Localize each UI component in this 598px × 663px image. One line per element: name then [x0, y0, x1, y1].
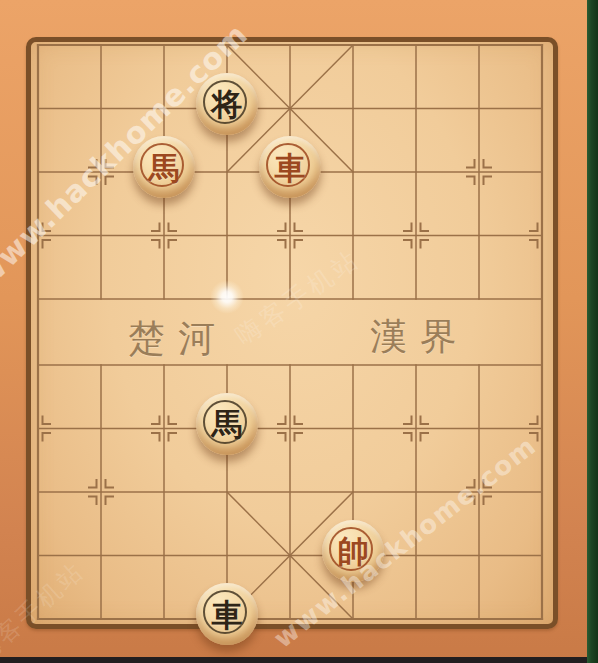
piece-red-general[interactable]: 帥	[322, 520, 384, 582]
xiangqi-app-screenshot: 楚河 漢界 将馬車馬帥車 www.hackhome.com www.hackho…	[0, 0, 598, 663]
piece-red-horse[interactable]: 馬	[133, 136, 195, 198]
piece-glyph: 車	[196, 584, 258, 646]
piece-glyph: 将	[196, 74, 258, 136]
piece-black-general[interactable]: 将	[196, 73, 258, 135]
pieces-layer: 将馬車馬帥車	[0, 0, 598, 663]
piece-glyph: 帥	[322, 521, 384, 583]
piece-black-chariot[interactable]: 車	[196, 583, 258, 645]
piece-black-horse[interactable]: 馬	[196, 393, 258, 455]
piece-glyph: 馬	[196, 394, 258, 456]
piece-red-chariot[interactable]: 車	[259, 136, 321, 198]
sparkle-effect	[210, 280, 244, 314]
piece-glyph: 車	[259, 137, 321, 199]
piece-glyph: 馬	[133, 137, 195, 199]
